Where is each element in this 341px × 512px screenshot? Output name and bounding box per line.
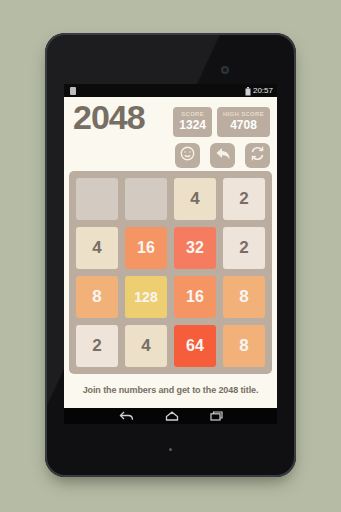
score-value: 1324: [179, 118, 206, 132]
toolbar: [175, 143, 270, 168]
board[interactable]: 42416322812816824648: [69, 171, 272, 374]
app-title: 2048: [73, 98, 145, 137]
high-score-label: HIGH SCORE: [223, 111, 264, 117]
tile-2: 2: [223, 227, 265, 269]
smiley-icon: [179, 145, 196, 166]
score-panel: SCORE 1324 HIGH SCORE 4708: [173, 107, 270, 137]
score-box: SCORE 1324: [173, 107, 212, 137]
recent-apps-icon: [210, 407, 223, 425]
tile-32: 32: [174, 227, 216, 269]
desktop-background: { "game": "2048", "position": { "rows": …: [0, 0, 341, 512]
footer-caption: Join the numbers and get to the 2048 tit…: [64, 385, 277, 395]
score-label: SCORE: [179, 111, 206, 117]
tablet-frame: 20:57 2048 SCORE 1324 HIGH SCORE 4708: [45, 33, 296, 477]
tile-4: 4: [76, 227, 118, 269]
home-button[interactable]: [165, 407, 179, 425]
back-icon: [119, 407, 134, 425]
restart-button[interactable]: [245, 143, 270, 168]
restart-icon: [249, 145, 266, 166]
tile-8: 8: [223, 276, 265, 318]
home-icon: [165, 407, 179, 425]
tile-2: 2: [223, 178, 265, 220]
game-app: 2048 SCORE 1324 HIGH SCORE 4708: [64, 97, 277, 408]
tablet-screen: 20:57 2048 SCORE 1324 HIGH SCORE 4708: [64, 84, 277, 424]
undo-arrow-icon: [215, 146, 231, 165]
navigation-bar: [64, 408, 277, 424]
clock: 20:57: [253, 84, 273, 97]
tile-16: 16: [125, 227, 167, 269]
tile-128: 128: [125, 276, 167, 318]
smiley-button[interactable]: [175, 143, 200, 168]
tile-8: 8: [76, 276, 118, 318]
tile-8: 8: [223, 325, 265, 367]
tile-2: 2: [76, 325, 118, 367]
notification-icon: [70, 87, 76, 95]
empty-cell: [125, 178, 167, 220]
high-score-value: 4708: [223, 118, 264, 132]
front-camera: [221, 66, 229, 74]
empty-cell: [76, 178, 118, 220]
back-button[interactable]: [119, 407, 134, 425]
tile-4: 4: [174, 178, 216, 220]
status-bar: 20:57: [64, 84, 277, 97]
bezel-led-dot: [169, 448, 172, 451]
high-score-box: HIGH SCORE 4708: [217, 107, 270, 137]
tile-64: 64: [174, 325, 216, 367]
tile-4: 4: [125, 325, 167, 367]
tile-16: 16: [174, 276, 216, 318]
undo-button[interactable]: [210, 143, 235, 168]
recent-apps-button[interactable]: [210, 407, 223, 425]
